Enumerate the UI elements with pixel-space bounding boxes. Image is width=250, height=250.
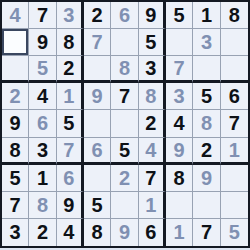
cell-r2c6[interactable]: 5 [139, 29, 166, 56]
cell-r4c1[interactable]: 2 [2, 83, 29, 110]
cell-r1c5[interactable]: 6 [111, 2, 138, 29]
cell-r9c7[interactable]: 1 [166, 219, 193, 246]
cell-r4c3[interactable]: 1 [57, 83, 84, 110]
cell-r2c3[interactable]: 8 [57, 29, 84, 56]
cell-r6c7[interactable]: 9 [166, 138, 193, 165]
cell-r6c9[interactable]: 1 [221, 138, 248, 165]
cell-r3c7[interactable]: 7 [166, 56, 193, 83]
cell-r4c6[interactable]: 8 [139, 83, 166, 110]
cell-r7c5[interactable]: 2 [111, 165, 138, 192]
cell-r9c5[interactable]: 9 [111, 219, 138, 246]
cell-r6c4[interactable]: 6 [84, 138, 111, 165]
cell-r5c9[interactable]: 7 [221, 110, 248, 137]
cell-r5c3[interactable]: 5 [57, 110, 84, 137]
cell-r4c4[interactable]: 9 [84, 83, 111, 110]
cell-r4c7[interactable]: 3 [166, 83, 193, 110]
cell-r7c3[interactable]: 6 [57, 165, 84, 192]
cell-r7c1[interactable]: 5 [2, 165, 29, 192]
cell-r2c8[interactable]: 3 [193, 29, 220, 56]
cell-r3c1[interactable] [2, 56, 29, 83]
cell-r7c2[interactable]: 1 [29, 165, 56, 192]
cell-r9c4[interactable]: 8 [84, 219, 111, 246]
cell-r6c2[interactable]: 3 [29, 138, 56, 165]
cell-r7c7[interactable]: 8 [166, 165, 193, 192]
cell-r7c4[interactable] [84, 165, 111, 192]
cell-r1c3[interactable]: 3 [57, 2, 84, 29]
cell-r2c7[interactable] [166, 29, 193, 56]
cell-r3c6[interactable]: 3 [139, 56, 166, 83]
cell-r2c5[interactable] [111, 29, 138, 56]
cell-r9c2[interactable]: 2 [29, 219, 56, 246]
cell-r8c3[interactable]: 9 [57, 192, 84, 219]
cell-r2c2[interactable]: 9 [29, 29, 56, 56]
cell-r7c9[interactable] [221, 165, 248, 192]
cell-r9c9[interactable]: 5 [221, 219, 248, 246]
cell-r3c3[interactable]: 2 [57, 56, 84, 83]
cell-r8c8[interactable] [193, 192, 220, 219]
cell-r3c9[interactable] [221, 56, 248, 83]
cell-r9c3[interactable]: 4 [57, 219, 84, 246]
cell-r1c9[interactable]: 8 [221, 2, 248, 29]
cell-r5c2[interactable]: 6 [29, 110, 56, 137]
cell-r1c8[interactable]: 1 [193, 2, 220, 29]
cell-r1c6[interactable]: 9 [139, 2, 166, 29]
sudoku-board: 4732695189875352837241978356965248783765… [0, 0, 250, 248]
cell-r2c9[interactable] [221, 29, 248, 56]
cell-r5c1[interactable]: 9 [2, 110, 29, 137]
cell-r3c5[interactable]: 8 [111, 56, 138, 83]
cell-r1c7[interactable]: 5 [166, 2, 193, 29]
cell-r3c4[interactable] [84, 56, 111, 83]
cell-r6c6[interactable]: 4 [139, 138, 166, 165]
cell-r8c5[interactable] [111, 192, 138, 219]
cell-r3c8[interactable] [193, 56, 220, 83]
cell-r3c2[interactable]: 5 [29, 56, 56, 83]
cell-r8c1[interactable]: 7 [2, 192, 29, 219]
cell-r4c8[interactable]: 5 [193, 83, 220, 110]
cell-r6c3[interactable]: 7 [57, 138, 84, 165]
cell-r6c1[interactable]: 8 [2, 138, 29, 165]
cell-r7c8[interactable]: 9 [193, 165, 220, 192]
cell-r4c9[interactable]: 6 [221, 83, 248, 110]
cell-r5c5[interactable] [111, 110, 138, 137]
cell-r6c5[interactable]: 5 [111, 138, 138, 165]
cell-r2c1[interactable] [2, 29, 29, 56]
cell-r4c2[interactable]: 4 [29, 83, 56, 110]
cell-r8c6[interactable]: 1 [139, 192, 166, 219]
cell-r1c2[interactable]: 7 [29, 2, 56, 29]
cell-r8c2[interactable]: 8 [29, 192, 56, 219]
cell-r8c9[interactable] [221, 192, 248, 219]
cell-r1c1[interactable]: 4 [2, 2, 29, 29]
cell-r8c4[interactable]: 5 [84, 192, 111, 219]
cell-r5c4[interactable] [84, 110, 111, 137]
cell-r7c6[interactable]: 7 [139, 165, 166, 192]
cell-r1c4[interactable]: 2 [84, 2, 111, 29]
cell-r2c4[interactable]: 7 [84, 29, 111, 56]
cell-r5c7[interactable]: 4 [166, 110, 193, 137]
cell-r5c8[interactable]: 8 [193, 110, 220, 137]
cell-r9c1[interactable]: 3 [2, 219, 29, 246]
cell-r9c8[interactable]: 7 [193, 219, 220, 246]
cell-r4c5[interactable]: 7 [111, 83, 138, 110]
cell-r9c6[interactable]: 6 [139, 219, 166, 246]
cell-r8c7[interactable] [166, 192, 193, 219]
cell-r5c6[interactable]: 2 [139, 110, 166, 137]
cell-r6c8[interactable]: 2 [193, 138, 220, 165]
